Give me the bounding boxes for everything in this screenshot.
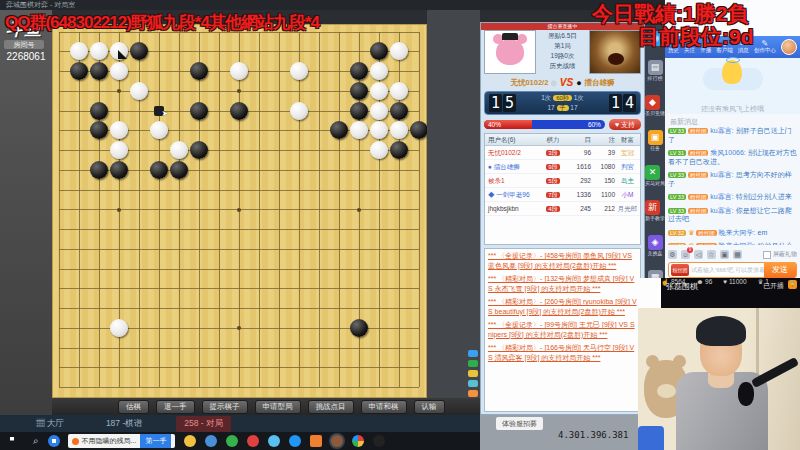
messages-section-label: 最新消息 (670, 117, 698, 127)
cat-hat-icon (502, 33, 518, 40)
white-stone[interactable] (70, 42, 88, 60)
spectator-bet: 212 (591, 202, 615, 215)
grid-line (59, 308, 419, 309)
white-stone[interactable] (370, 141, 388, 159)
white-stone[interactable] (370, 82, 388, 100)
mascot-halo-icon (726, 57, 740, 63)
spectator-points: 1336 (565, 188, 591, 201)
black-stone[interactable] (370, 42, 388, 60)
col-header: 注 (591, 134, 615, 145)
announcement-line[interactable]: *** 〈精彩对局〉- [132号房间] 梦想成真 [9段] VS 永杰飞雪 [… (488, 274, 637, 293)
col-header: 用户名(6) (485, 134, 541, 145)
black-stone[interactable] (150, 161, 168, 179)
room-number: 2268061 (2, 51, 50, 62)
table-row[interactable]: ◆ 一剑甲老967段13361100小M (485, 188, 640, 202)
match-info-line: 第1局 (538, 41, 587, 51)
black-stone[interactable] (190, 102, 208, 120)
decor-pill (468, 390, 478, 397)
star-point (237, 89, 241, 93)
support-button[interactable]: ♥ 支持 (609, 119, 641, 130)
black-stone[interactable] (350, 82, 368, 100)
grid-line (59, 288, 419, 289)
grid-line (59, 249, 419, 250)
board-button-提示棋子[interactable]: 提示棋子 (202, 400, 248, 414)
white-stone[interactable] (290, 102, 308, 120)
tab-187 -棋谱[interactable]: 187 -棋谱 (98, 416, 150, 432)
board-button-挑战点目[interactable]: 挑战点目 (308, 400, 354, 414)
black-clock: 1 4 (609, 94, 636, 112)
black-stone[interactable] (350, 62, 368, 80)
image-icon[interactable]: ▣ (720, 250, 729, 259)
spectator-name: jhqkbsjkbn (485, 202, 541, 215)
spectator-wealth-tag: 小M (615, 188, 640, 201)
black-stone[interactable] (130, 42, 148, 60)
chat-message[interactable]: LV 33 粉丝团 ku寡言: 你是想让它二路爬过去吧 (668, 207, 797, 224)
grid-line (59, 348, 419, 349)
app-title: 不用隐瞒的残局... (82, 436, 137, 446)
black-stone[interactable] (90, 161, 108, 179)
tab-大厅[interactable]: ▦ 大厅 (28, 416, 72, 432)
black-stone[interactable] (230, 102, 248, 120)
spectator-rank: 3段 (541, 146, 565, 160)
col-header: 目 (565, 134, 591, 145)
rank-empty-text: 还没有乘风飞上榜哦 (665, 104, 800, 114)
rail-item-任务[interactable]: ▣任务 (648, 130, 663, 151)
clock-center: 1次 60秒 1次 17 子 17 (541, 93, 584, 113)
spectator-name: 被杀1 (485, 174, 541, 187)
spectator-name: ● 擂台雄狮 (485, 160, 541, 173)
bear-ear-icon (673, 355, 686, 368)
chat-message[interactable]: LV 32 ♛ 粉丝团 晚来大同学: 粉丝是什么意思 (668, 242, 797, 245)
grid-line (259, 32, 260, 388)
grid-line (59, 269, 419, 270)
white-stone[interactable] (390, 82, 408, 100)
tab-258 - 对局[interactable]: 258 - 对局 (176, 416, 231, 432)
spectator-rank: 9段 (541, 160, 565, 174)
black-player-avatar (589, 30, 641, 74)
announcement-feed[interactable]: *** 〈全援记录〉- [458号房间] 墨鱼风 [9段] VS 蓝色风暴 [9… (484, 248, 641, 412)
white-stone[interactable] (170, 141, 188, 159)
players-row: 无忧0102/2 ○ VS ● 擂台雄狮 (481, 76, 644, 89)
send-button[interactable]: 发送 (764, 262, 796, 278)
blue-object (638, 426, 664, 450)
white-stone[interactable] (390, 42, 408, 60)
search-icon[interactable]: ⌕ (33, 435, 39, 447)
table-header: 用户名(6)棋力目注财富 (485, 134, 640, 146)
grid-line (339, 32, 340, 388)
black-stone[interactable] (410, 121, 428, 139)
match-panel: 擂台赛直播中 黑贴6.5目第1局19路0次历史战绩 无忧0102/2 ○ VS … (480, 22, 645, 415)
taskbar-app-icon[interactable] (310, 435, 322, 447)
mouse-cursor-icon: ➤ (162, 109, 169, 118)
taskbar-icons[interactable] (175, 435, 385, 447)
grid-line (279, 32, 280, 388)
start-button-icon[interactable] (10, 437, 19, 446)
rail-icon[interactable]: ◈ (648, 235, 663, 250)
board-button-估棋[interactable]: 估棋 (118, 400, 149, 414)
announcement-line[interactable]: *** 〈全援记录〉- [99号房间] 王元巳 [9段] VS Snipers … (488, 320, 637, 339)
board-button-申请型局[interactable]: 申请型局 (255, 400, 301, 414)
white-stone-icon: ○ (551, 78, 556, 88)
spectator-wealth-tag: 判官 (615, 160, 640, 173)
spectator-name: 无忧0102/2 (485, 146, 541, 159)
horn-icon[interactable]: ◁ (694, 250, 703, 259)
taskbar-app-icon[interactable] (226, 435, 238, 447)
room-tab-bar: ▦ 大厅187 -棋谱258 - 对局 (0, 415, 480, 432)
board-button-退一手[interactable]: 退一手 (156, 400, 195, 414)
grid-line (59, 387, 419, 388)
rail-icon[interactable]: ✕ (645, 165, 660, 180)
rail-icon[interactable]: ▣ (648, 130, 663, 145)
white-stone[interactable] (110, 319, 128, 337)
smiley-badge: 9 (687, 247, 693, 253)
rail-icon[interactable]: ▤ (648, 60, 663, 75)
grid-line (299, 32, 300, 388)
mascot-icon (722, 60, 742, 84)
decor-pill (468, 360, 478, 367)
chat-message[interactable]: LV 33 粉丝团 ku寡言: 别胖子自己送上门了 (668, 127, 797, 144)
table-row[interactable]: 被杀15段292150岛主 (485, 174, 640, 188)
goban[interactable]: ➤ (52, 24, 427, 398)
room-label: 房间号 (4, 40, 44, 49)
qq-group-caption: QQ群(648302212)野狐九段*4其他網站九段*4 (5, 11, 319, 34)
black-stone[interactable] (330, 121, 348, 139)
star-point (117, 208, 121, 212)
white-player-avatar (484, 30, 536, 74)
grid-line (59, 229, 419, 230)
rail-item-新手教学[interactable]: 新新手教学 (645, 200, 665, 221)
match-info-line: 黑贴6.5目 (538, 31, 587, 41)
spectator-wealth-tag: 月光郎 (615, 202, 640, 215)
winrate-right-label: 60% (588, 120, 601, 129)
spectator-rank: 4段 (541, 202, 565, 216)
spectator-wealth-tag: 岛主 (615, 174, 640, 187)
spectator-points: 292 (565, 174, 591, 187)
taskbar-app-icon[interactable] (352, 435, 364, 447)
decor-pill (468, 350, 478, 357)
taskbar-app-icon[interactable] (268, 435, 280, 447)
microphone (738, 382, 754, 406)
taskbar-app-icon[interactable] (247, 435, 259, 447)
white-stone[interactable] (390, 121, 408, 139)
grid-line (419, 32, 420, 388)
winrate-left-label: 40% (488, 120, 501, 129)
webcam-title: 张磊围棋 (666, 281, 698, 292)
black-stone[interactable] (90, 102, 108, 120)
white-stone[interactable] (110, 141, 128, 159)
white-stone[interactable] (110, 121, 128, 139)
star-point (117, 89, 121, 93)
board-toolbar: 估棋退一手提示棋子申请型局挑战点目申请和棋认输 (52, 398, 480, 415)
white-stone[interactable] (370, 102, 388, 120)
white-stone[interactable] (290, 62, 308, 80)
rail-icon[interactable]: ◆ (645, 95, 660, 110)
fan-club-badge[interactable]: 粉丝团 (671, 264, 689, 276)
game-clock: 1 5 1次 60秒 1次 17 子 17 1 4 (484, 91, 641, 115)
chat-toolbar[interactable]: ⚙ ☺9 ◁ ☆ ▣ ▦ 屏蔽礼物 (668, 248, 797, 261)
webcam-window: 张磊围棋 已开播 🔒 ☝ 8564☻ 96♥ 11000♛ 1 (638, 278, 800, 450)
app-fox-icon (72, 438, 79, 445)
board-button-认输[interactable]: 认输 (414, 400, 445, 414)
match-info-line: 历史战绩 (538, 61, 587, 71)
white-stone[interactable] (230, 62, 248, 80)
stream-screenshot: 弈城围棋对弈 - 对局室 斗鱼 房间号 2268061 ➤ 估棋退一手提示棋子申… (0, 0, 800, 450)
spectator-points: 96 (565, 146, 591, 159)
white-stone[interactable] (350, 121, 368, 139)
smiley-icon[interactable]: ☺9 (681, 250, 690, 259)
bottom-strip: 体验服招募 4.301.396.381 (480, 415, 638, 450)
white-stone[interactable] (150, 121, 168, 139)
bear-ear-icon (646, 355, 659, 368)
col-header: 财富 (615, 134, 640, 145)
windows-taskbar[interactable]: ⌕ 不用隐瞒的残局... 第一手 (0, 432, 480, 450)
beta-chip[interactable]: 体验服招募 (496, 417, 543, 430)
vs-label: VS (560, 77, 573, 88)
block-gifts-label: 屏蔽礼物 (773, 250, 797, 259)
taskbar-app-icon[interactable] (373, 435, 385, 447)
lock-icon[interactable]: 🔒 (788, 280, 797, 289)
chat-messages[interactable]: LV 33 粉丝团 ku寡言: 别胖子自己送上门了LV 31 粉丝团 乘风100… (668, 127, 797, 245)
decor-pill (468, 380, 478, 387)
app-blue-button[interactable]: 第一手 (140, 434, 171, 448)
chat-input-row: 粉丝团 试着输入'666'吧,可以发弹幕哦 发送 (668, 262, 797, 278)
rank-empty-state: 还没有乘风飞上榜哦 (665, 58, 800, 114)
version-number: 4.301.396.381 (558, 430, 628, 440)
black-stone[interactable] (90, 62, 108, 80)
streamer-hair (696, 316, 746, 346)
grid-icon[interactable]: ▦ (733, 250, 742, 259)
lion-avatar-icon (608, 53, 624, 65)
black-stone[interactable] (390, 141, 408, 159)
white-stone[interactable] (110, 62, 128, 80)
block-gifts-option[interactable]: 屏蔽礼物 (763, 250, 797, 259)
rank-caption: 目前段位:9d (638, 23, 754, 51)
spectator-bet: 39 (591, 146, 615, 159)
rail-item-买马对局[interactable]: ✕买马对局 (645, 165, 665, 186)
spectator-rank: 7段 (541, 188, 565, 202)
table-row[interactable]: jhqkbsjkbn4段245212月光郎 (485, 202, 640, 216)
announcement-line[interactable]: *** 〈精彩对局〉- [166号房间] 天马行空 [9段] VS 清风弈客 [… (488, 343, 637, 362)
spectator-table[interactable]: 用户名(6)棋力目注财富无忧0102/23段9639宝冠● 擂台雄狮9段1616… (484, 133, 641, 245)
webcam-video (638, 308, 800, 450)
black-stone[interactable] (390, 102, 408, 120)
match-info-line: 19路0次 (538, 51, 587, 61)
winrate-track: 40% 60% (484, 120, 605, 129)
black-stone[interactable] (70, 62, 88, 80)
rail-icon[interactable]: 新 (645, 200, 660, 215)
rail-item-圣贝竞猜[interactable]: ◆圣贝竞猜 (645, 95, 665, 116)
spectator-wealth-tag: 宝冠 (615, 146, 640, 159)
table-row[interactable]: ● 擂台雄狮9段16161080判官 (485, 160, 640, 174)
col-header: 棋力 (541, 134, 565, 145)
taskbar-app-icon[interactable] (331, 435, 343, 447)
left-sidebar: 斗鱼 房间号 2268061 (0, 10, 52, 432)
webcam-stat: ♥ 11000 (723, 278, 746, 286)
black-stone[interactable] (170, 161, 188, 179)
star-point (357, 208, 361, 212)
grid-line (59, 367, 419, 368)
spectator-rank: 5段 (541, 174, 565, 188)
white-stone[interactable] (90, 42, 108, 60)
spectator-points: 245 (565, 202, 591, 215)
cortana-icon[interactable] (48, 435, 60, 447)
white-stone[interactable] (370, 62, 388, 80)
spectator-points: 1616 (565, 160, 591, 173)
black-stone[interactable] (190, 62, 208, 80)
spectator-bet: 150 (591, 174, 615, 187)
last-move-triangle-marker (118, 50, 127, 59)
rail-item-排行榜[interactable]: ▤排行榜 (648, 60, 663, 81)
webcam-header: 张磊围棋 已开播 🔒 ☝ 8564☻ 96♥ 11000♛ 1 (661, 278, 800, 308)
table-row[interactable]: 无忧0102/23段9639宝冠 (485, 146, 640, 160)
chat-message[interactable]: LV 32 ♛ 粉丝团 晚来大同学: em (668, 229, 797, 238)
decor-pill (468, 370, 478, 377)
chat-message[interactable]: LV 31 粉丝团 乘风10066: 别让现在对方也看不了自己改进。 (668, 149, 797, 166)
black-stone[interactable] (190, 141, 208, 159)
black-stone[interactable] (110, 161, 128, 179)
nav-创作中心[interactable]: ✎创作中心 (754, 40, 776, 54)
rail-item-兑换盘[interactable]: ◈兑换盘 (648, 235, 663, 256)
chat-input[interactable]: 试着输入'666'吧,可以发弹幕哦 (691, 266, 764, 275)
webcam-status: 已开播 (763, 281, 784, 291)
webcam-corner-patch (638, 278, 661, 308)
webcam-stat: ☻ 96 (696, 278, 712, 286)
taskbar-app-icon[interactable] (184, 435, 196, 447)
match-info: 黑贴6.5目第1局19路0次历史战绩 (538, 31, 587, 73)
site-avatar[interactable] (781, 39, 797, 55)
black-stone[interactable] (90, 121, 108, 139)
black-stone-icon: ● (576, 78, 581, 88)
black-stone[interactable] (350, 319, 368, 337)
spectator-name: ◆ 一剑甲老96 (485, 188, 541, 201)
taskbar-app-chip[interactable]: 不用隐瞒的残局... 第一手 (68, 434, 176, 448)
white-stone[interactable] (130, 82, 148, 100)
black-player-name: 擂台雄狮 (585, 78, 615, 88)
gear-icon[interactable]: ⚙ (668, 250, 677, 259)
announcement-line[interactable]: *** 〈精彩对局〉- [260号房间] ryunokiba [9段] VS b… (488, 297, 637, 316)
spectator-bet: 1080 (591, 160, 615, 173)
star-point (237, 326, 241, 330)
bear-muzzle-icon (657, 384, 676, 398)
chat-message[interactable]: LV 33 粉丝团 ku寡言: 特别过分别人进来 (668, 193, 797, 202)
taskbar-app-icon[interactable] (289, 435, 301, 447)
star-icon[interactable]: ☆ (707, 250, 716, 259)
announcement-line[interactable]: *** 〈全援记录〉- [458号房间] 墨鱼风 [9段] VS 蓝色风暴 [9… (488, 251, 637, 270)
block-gifts-checkbox[interactable] (763, 251, 771, 259)
spectator-bet: 1100 (591, 188, 615, 201)
white-player-name: 无忧0102/2 (510, 78, 548, 88)
winrate-bar: 40% 60% ♥ 支持 (484, 118, 641, 131)
chat-message[interactable]: LV 33 粉丝团 ku寡言: 思考方向不好的样子 (668, 171, 797, 188)
cat-avatar-icon (496, 39, 524, 65)
star-point (237, 208, 241, 212)
black-stone[interactable] (350, 102, 368, 120)
taskbar-app-icon[interactable] (205, 435, 217, 447)
grid-line (319, 32, 320, 388)
white-clock: 1 5 (489, 94, 516, 112)
white-stone[interactable] (370, 121, 388, 139)
board-button-申请和棋[interactable]: 申请和棋 (361, 400, 407, 414)
